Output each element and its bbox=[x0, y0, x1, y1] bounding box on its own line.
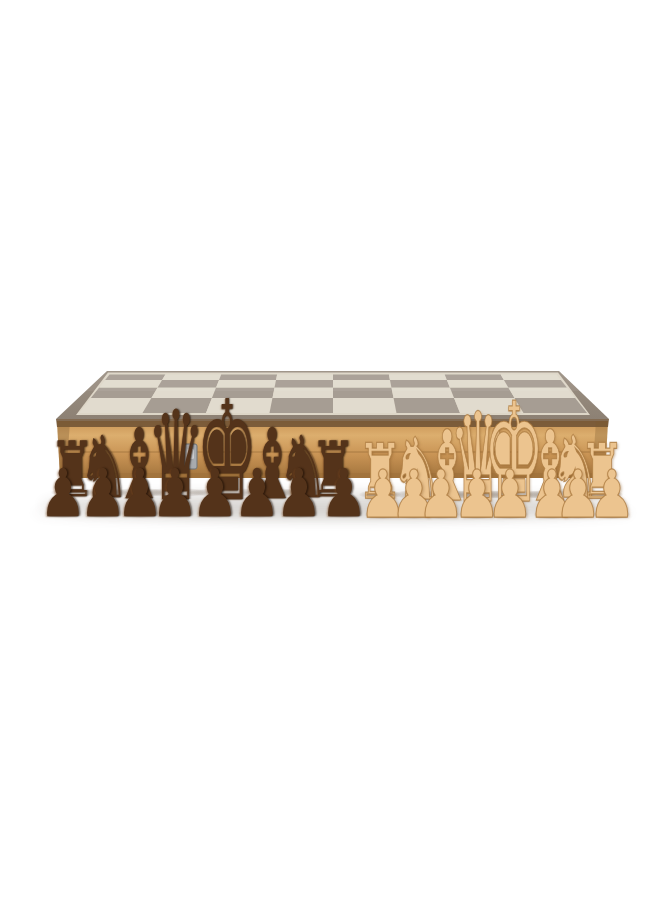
dark-pawn-piece: ♟ bbox=[233, 461, 280, 527]
light-pawn-piece: ♟ bbox=[588, 462, 635, 528]
product-photo-chess-set: ♜♞♝♛♚♝♞♜♜♞♝♛♚♝♞♜♟♟♟♟♟♟♟♟♟♟♟♟♟♟♟♟ bbox=[0, 0, 660, 900]
dark-pawn-piece: ♟ bbox=[191, 461, 238, 527]
dark-pawn-piece: ♟ bbox=[275, 461, 322, 527]
light-pawn-piece: ♟ bbox=[486, 462, 533, 528]
